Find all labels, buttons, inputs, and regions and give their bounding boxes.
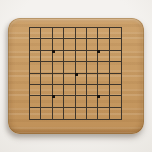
board-cell[interactable] — [87, 74, 98, 85]
board-cell[interactable] — [30, 39, 41, 50]
board-cell[interactable] — [41, 62, 52, 73]
board-cell[interactable] — [30, 108, 41, 119]
board-cell[interactable] — [110, 85, 121, 96]
board-cell[interactable] — [64, 96, 75, 107]
board-cell[interactable] — [87, 62, 98, 73]
photo-background — [0, 0, 152, 152]
board-cell[interactable] — [30, 28, 41, 39]
board-cell[interactable] — [110, 108, 121, 119]
go-board[interactable] — [29, 27, 122, 120]
board-cell[interactable] — [30, 62, 41, 73]
board-cell[interactable] — [87, 28, 98, 39]
board-cell[interactable] — [76, 28, 87, 39]
board-cell[interactable] — [53, 108, 64, 119]
board-cell[interactable] — [30, 96, 41, 107]
board-cell[interactable] — [76, 51, 87, 62]
star-point — [75, 73, 78, 76]
board-cell[interactable] — [110, 51, 121, 62]
board-cell[interactable] — [30, 85, 41, 96]
board-cell[interactable] — [98, 108, 109, 119]
board-cell[interactable] — [53, 74, 64, 85]
board-cell[interactable] — [76, 39, 87, 50]
board-cell[interactable] — [87, 108, 98, 119]
star-point — [52, 95, 55, 98]
board-cell[interactable] — [41, 28, 52, 39]
board-cell[interactable] — [64, 51, 75, 62]
board-cell[interactable] — [98, 74, 109, 85]
board-cell[interactable] — [110, 39, 121, 50]
board-cell[interactable] — [64, 85, 75, 96]
board-cell[interactable] — [76, 108, 87, 119]
board-cell[interactable] — [30, 74, 41, 85]
board-cell[interactable] — [41, 74, 52, 85]
board-cell[interactable] — [64, 39, 75, 50]
board-cell[interactable] — [30, 51, 41, 62]
star-point — [52, 50, 55, 53]
board-cell[interactable] — [64, 108, 75, 119]
board-cell[interactable] — [76, 85, 87, 96]
board-cell[interactable] — [41, 108, 52, 119]
board-cell[interactable] — [110, 74, 121, 85]
star-point — [97, 50, 100, 53]
board-cell[interactable] — [53, 62, 64, 73]
board-cell[interactable] — [98, 62, 109, 73]
board-cell[interactable] — [110, 96, 121, 107]
star-point — [97, 95, 100, 98]
board-cell[interactable] — [110, 62, 121, 73]
board-cell[interactable] — [76, 96, 87, 107]
wooden-mousepad — [8, 18, 144, 134]
board-cell[interactable] — [53, 28, 64, 39]
board-cell[interactable] — [64, 28, 75, 39]
board-cell[interactable] — [98, 28, 109, 39]
board-cell[interactable] — [110, 28, 121, 39]
